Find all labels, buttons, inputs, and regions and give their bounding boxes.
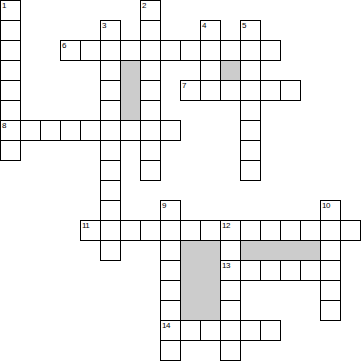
shaded-block xyxy=(220,60,241,81)
cell-r3-c0[interactable] xyxy=(0,60,21,81)
cell-r2-c11[interactable] xyxy=(220,40,241,61)
cell-r6-c5[interactable] xyxy=(100,120,121,141)
cell-r6-c3[interactable] xyxy=(60,120,81,141)
cell-r17-c11[interactable] xyxy=(220,340,241,361)
cell-r0-c7[interactable]: 2 xyxy=(140,0,161,21)
clue-number: 4 xyxy=(202,21,206,30)
clue-number: 12 xyxy=(222,221,230,230)
cell-r3-c7[interactable] xyxy=(140,60,161,81)
cell-r11-c6[interactable] xyxy=(120,220,141,241)
cell-r5-c5[interactable] xyxy=(100,100,121,121)
clue-number: 10 xyxy=(322,201,330,210)
cell-r15-c11[interactable] xyxy=(220,300,241,321)
cell-r11-c7[interactable] xyxy=(140,220,161,241)
cell-r11-c10[interactable] xyxy=(200,220,221,241)
cell-r7-c5[interactable] xyxy=(100,140,121,161)
cell-r13-c8[interactable] xyxy=(160,260,181,281)
clue-number: 6 xyxy=(62,41,66,50)
cell-r13-c16[interactable] xyxy=(320,260,341,281)
cell-r15-c8[interactable] xyxy=(160,300,181,321)
cell-r13-c14[interactable] xyxy=(280,260,301,281)
cell-r5-c0[interactable] xyxy=(0,100,21,121)
cell-r2-c4[interactable] xyxy=(80,40,101,61)
cell-r2-c8[interactable] xyxy=(160,40,181,61)
cell-r2-c0[interactable] xyxy=(0,40,21,61)
shaded-block xyxy=(180,240,221,321)
cell-r4-c5[interactable] xyxy=(100,80,121,101)
crossword-board: 1234567891011121314 xyxy=(0,0,361,361)
cell-r8-c12[interactable] xyxy=(240,160,261,181)
cell-r3-c5[interactable] xyxy=(100,60,121,81)
cell-r1-c7[interactable] xyxy=(140,20,161,41)
cell-r15-c16[interactable] xyxy=(320,300,341,321)
cell-r8-c7[interactable] xyxy=(140,160,161,181)
cell-r4-c10[interactable] xyxy=(200,80,221,101)
cell-r2-c3[interactable]: 6 xyxy=(60,40,81,61)
cell-r12-c8[interactable] xyxy=(160,240,181,261)
cell-r12-c16[interactable] xyxy=(320,240,341,261)
cell-r4-c0[interactable] xyxy=(0,80,21,101)
cell-r5-c12[interactable] xyxy=(240,100,261,121)
cell-r5-c7[interactable] xyxy=(140,100,161,121)
clue-number: 8 xyxy=(2,121,6,130)
cell-r2-c9[interactable] xyxy=(180,40,201,61)
cell-r11-c12[interactable] xyxy=(240,220,261,241)
clue-number: 9 xyxy=(162,201,166,210)
cell-r16-c13[interactable] xyxy=(260,320,281,341)
cell-r13-c11[interactable]: 13 xyxy=(220,260,241,281)
cell-r8-c5[interactable] xyxy=(100,160,121,181)
cell-r16-c12[interactable] xyxy=(240,320,261,341)
shaded-block xyxy=(240,240,321,261)
shaded-block xyxy=(120,60,141,121)
clue-number: 2 xyxy=(142,1,146,10)
cell-r13-c13[interactable] xyxy=(260,260,281,281)
clue-number: 7 xyxy=(182,81,186,90)
cell-r6-c8[interactable] xyxy=(160,120,181,141)
cell-r3-c12[interactable] xyxy=(240,60,261,81)
cell-r2-c6[interactable] xyxy=(120,40,141,61)
cell-r2-c13[interactable] xyxy=(260,40,281,61)
cell-r6-c2[interactable] xyxy=(40,120,61,141)
cell-r11-c9[interactable] xyxy=(180,220,201,241)
cell-r9-c5[interactable] xyxy=(100,180,121,201)
cell-r10-c16[interactable]: 10 xyxy=(320,200,341,221)
cell-r13-c15[interactable] xyxy=(300,260,321,281)
cell-r12-c11[interactable] xyxy=(220,240,241,261)
cell-r1-c0[interactable] xyxy=(0,20,21,41)
cell-r13-c12[interactable] xyxy=(240,260,261,281)
cell-r3-c10[interactable] xyxy=(200,60,221,81)
cell-r16-c9[interactable] xyxy=(180,320,201,341)
cell-r4-c11[interactable] xyxy=(220,80,241,101)
cell-r1-c12[interactable]: 5 xyxy=(240,20,261,41)
cell-r14-c8[interactable] xyxy=(160,280,181,301)
cell-r11-c8[interactable] xyxy=(160,220,181,241)
clue-number: 14 xyxy=(162,321,170,330)
cell-r10-c5[interactable] xyxy=(100,200,121,221)
clue-number: 1 xyxy=(2,1,6,10)
cell-r7-c0[interactable] xyxy=(0,140,21,161)
cell-r1-c5[interactable]: 3 xyxy=(100,20,121,41)
cell-r4-c12[interactable] xyxy=(240,80,261,101)
cell-r11-c11[interactable]: 12 xyxy=(220,220,241,241)
cell-r14-c11[interactable] xyxy=(220,280,241,301)
cell-r12-c5[interactable] xyxy=(100,240,121,261)
clue-number: 3 xyxy=(102,21,106,30)
cell-r10-c8[interactable]: 9 xyxy=(160,200,181,221)
cell-r7-c12[interactable] xyxy=(240,140,261,161)
cell-r6-c4[interactable] xyxy=(80,120,101,141)
cell-r2-c10[interactable] xyxy=(200,40,221,61)
cell-r0-c0[interactable]: 1 xyxy=(0,0,21,21)
cell-r11-c4[interactable]: 11 xyxy=(80,220,101,241)
cell-r4-c9[interactable]: 7 xyxy=(180,80,201,101)
cell-r4-c7[interactable] xyxy=(140,80,161,101)
cell-r1-c10[interactable]: 4 xyxy=(200,20,221,41)
cell-r14-c16[interactable] xyxy=(320,280,341,301)
cell-r4-c14[interactable] xyxy=(280,80,301,101)
cell-r6-c0[interactable]: 8 xyxy=(0,120,21,141)
cell-r7-c7[interactable] xyxy=(140,140,161,161)
cell-r4-c13[interactable] xyxy=(260,80,281,101)
cell-r11-c5[interactable] xyxy=(100,220,121,241)
cell-r17-c8[interactable] xyxy=(160,340,181,361)
cell-r16-c11[interactable] xyxy=(220,320,241,341)
cell-r11-c15[interactable] xyxy=(300,220,321,241)
cell-r6-c12[interactable] xyxy=(240,120,261,141)
cell-r6-c6[interactable] xyxy=(120,120,141,141)
cell-r6-c1[interactable] xyxy=(20,120,41,141)
cell-r11-c13[interactable] xyxy=(260,220,281,241)
cell-r11-c17[interactable] xyxy=(340,220,361,241)
cell-r2-c12[interactable] xyxy=(240,40,261,61)
cell-r6-c7[interactable] xyxy=(140,120,161,141)
clue-number: 5 xyxy=(242,21,246,30)
cell-r11-c16[interactable] xyxy=(320,220,341,241)
clue-number: 13 xyxy=(222,261,230,270)
cell-r16-c10[interactable] xyxy=(200,320,221,341)
cell-r11-c14[interactable] xyxy=(280,220,301,241)
cell-r2-c7[interactable] xyxy=(140,40,161,61)
clue-number: 11 xyxy=(82,221,89,230)
cell-r16-c8[interactable]: 14 xyxy=(160,320,181,341)
cell-r2-c5[interactable] xyxy=(100,40,121,61)
